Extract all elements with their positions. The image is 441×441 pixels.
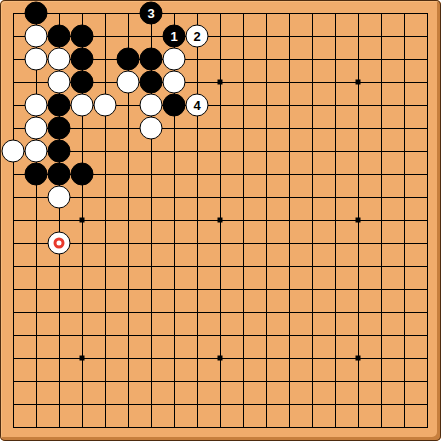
black-stone-B12[interactable] [25,163,48,186]
black-stone-G19[interactable]: 3 [140,2,163,25]
black-stone-C18[interactable] [48,25,71,48]
white-stone-C17[interactable] [48,48,71,71]
white-stone-D15[interactable] [71,94,94,117]
black-stone-C14[interactable] [48,117,71,140]
white-stone-B18[interactable] [25,25,48,48]
black-stone-C15[interactable] [48,94,71,117]
go-diagram: 3124 [0,0,441,441]
white-stone-C16[interactable] [48,71,71,94]
white-stone-J15[interactable]: 4 [186,94,209,117]
star-point [218,356,223,361]
black-stone-G17[interactable] [140,48,163,71]
star-point [80,356,85,361]
star-point [218,80,223,85]
white-stone-C11[interactable] [48,186,71,209]
move-number: 4 [193,99,200,112]
star-point [218,218,223,223]
black-stone-F17[interactable] [117,48,140,71]
black-stone-D17[interactable] [71,48,94,71]
star-point [356,356,361,361]
white-stone-B17[interactable] [25,48,48,71]
white-stone-A13[interactable] [2,140,25,163]
move-number: 1 [170,30,177,43]
white-stone-H16[interactable] [163,71,186,94]
black-stone-C12[interactable] [48,163,71,186]
move-number: 2 [193,30,200,43]
go-board[interactable]: 3124 [0,0,441,441]
white-stone-C9[interactable] [48,232,71,255]
white-stone-H17[interactable] [163,48,186,71]
black-stone-D18[interactable] [71,25,94,48]
star-point [356,80,361,85]
white-stone-B14[interactable] [25,117,48,140]
white-stone-G14[interactable] [140,117,163,140]
move-number: 3 [147,7,154,20]
white-stone-G15[interactable] [140,94,163,117]
black-stone-H18[interactable]: 1 [163,25,186,48]
circle-marker-icon [54,238,65,249]
white-stone-F16[interactable] [117,71,140,94]
white-stone-B15[interactable] [25,94,48,117]
black-stone-B19[interactable] [25,2,48,25]
white-stone-B13[interactable] [25,140,48,163]
black-stone-D12[interactable] [71,163,94,186]
black-stone-C13[interactable] [48,140,71,163]
black-stone-D16[interactable] [71,71,94,94]
star-point [356,218,361,223]
white-stone-J18[interactable]: 2 [186,25,209,48]
black-stone-H15[interactable] [163,94,186,117]
star-point [80,218,85,223]
white-stone-E15[interactable] [94,94,117,117]
black-stone-G16[interactable] [140,71,163,94]
